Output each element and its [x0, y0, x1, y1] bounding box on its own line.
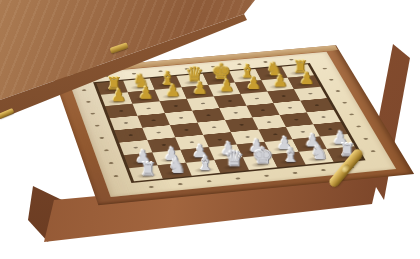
square-g7[interactable]: ♟: [261, 78, 294, 92]
square-g1[interactable]: ♞: [299, 149, 334, 164]
piece-white-knight[interactable]: ♞: [168, 156, 186, 176]
square-b5[interactable]: [137, 113, 170, 128]
square-e6[interactable]: [214, 94, 247, 108]
chess-board: ♜♞♝♛♚♝♞♜♟♟♟♟♟♟♟♟♟♟♟♟♟♟♟♟♜♞♝♛♚♝♞♜: [96, 64, 361, 181]
square-d6[interactable]: [187, 96, 220, 110]
square-c8[interactable]: ♝: [150, 76, 182, 90]
square-g4[interactable]: [280, 112, 314, 127]
square-a8[interactable]: ♜: [96, 81, 127, 95]
square-d8[interactable]: ♛: [176, 74, 208, 88]
piece-black-bishop[interactable]: ♝: [160, 69, 177, 87]
square-d5[interactable]: [192, 108, 225, 122]
piece-black-rook[interactable]: ♜: [293, 58, 309, 75]
square-f4[interactable]: [252, 115, 286, 130]
piece-black-pawn[interactable]: ♟: [111, 87, 126, 104]
piece-black-rook[interactable]: ♜: [106, 75, 122, 93]
piece-black-king[interactable]: ♚: [212, 62, 231, 83]
square-g5[interactable]: [273, 101, 306, 115]
square-g8[interactable]: ♞: [256, 67, 288, 80]
piece-black-pawn[interactable]: ♟: [273, 73, 288, 90]
piece-black-queen[interactable]: ♛: [185, 65, 203, 85]
piece-black-pawn[interactable]: ♟: [219, 78, 234, 95]
square-a6[interactable]: [105, 104, 137, 118]
piece-black-pawn[interactable]: ♟: [192, 80, 207, 97]
piece-black-pawn[interactable]: ♟: [165, 83, 180, 100]
square-c7[interactable]: ♟: [155, 87, 187, 101]
square-a7[interactable]: ♟: [101, 92, 133, 106]
square-a5[interactable]: [110, 116, 142, 131]
piece-black-knight[interactable]: ♞: [266, 60, 282, 78]
square-b6[interactable]: [133, 101, 165, 115]
square-e7[interactable]: ♟: [208, 83, 240, 97]
square-f7[interactable]: ♟: [235, 80, 267, 94]
piece-white-bishop[interactable]: ♝: [282, 145, 300, 165]
square-e8[interactable]: ♚: [203, 71, 235, 85]
square-c6[interactable]: [160, 99, 192, 113]
travel-chess-set-photo: ♜♞♝♛♚♝♞♜♟♟♟♟♟♟♟♟♟♟♟♟♟♟♟♟♜♞♝♛♚♝♞♜: [0, 0, 420, 259]
piece-white-queen[interactable]: ♛: [224, 149, 244, 171]
square-f5[interactable]: [246, 103, 279, 117]
square-h8[interactable]: ♜: [282, 64, 314, 77]
square-a4[interactable]: [114, 128, 147, 143]
piece-black-pawn[interactable]: ♟: [138, 85, 153, 102]
piece-white-rook[interactable]: ♜: [140, 160, 157, 179]
square-g6[interactable]: [267, 89, 300, 103]
square-e1[interactable]: ♚: [243, 154, 278, 170]
square-e5[interactable]: [219, 106, 252, 120]
board-panel: ♜♞♝♛♚♝♞♜♟♟♟♟♟♟♟♟♟♟♟♟♟♟♟♟♜♞♝♛♚♝♞♜: [67, 52, 397, 197]
board-frame: ♜♞♝♛♚♝♞♜♟♟♟♟♟♟♟♟♟♟♟♟♟♟♟♟♜♞♝♛♚♝♞♜: [93, 63, 366, 183]
square-d1[interactable]: ♛: [214, 157, 248, 173]
square-h6[interactable]: [294, 87, 327, 101]
square-f8[interactable]: ♝: [229, 69, 261, 83]
square-d7[interactable]: ♟: [182, 85, 214, 99]
piece-white-king[interactable]: ♚: [252, 145, 273, 168]
square-b8[interactable]: ♞: [123, 78, 155, 92]
square-d4[interactable]: [198, 120, 231, 135]
piece-black-pawn[interactable]: ♟: [246, 75, 261, 92]
piece-black-bishop[interactable]: ♝: [239, 62, 255, 80]
piece-white-knight[interactable]: ♞: [310, 143, 328, 163]
square-c5[interactable]: [165, 111, 198, 126]
square-b7[interactable]: ♟: [128, 90, 160, 104]
piece-black-knight[interactable]: ♞: [133, 72, 150, 91]
square-h7[interactable]: ♟: [288, 75, 321, 89]
square-f6[interactable]: [241, 92, 274, 106]
square-h5[interactable]: [300, 98, 333, 112]
piece-white-bishop[interactable]: ♝: [197, 153, 215, 173]
piece-black-pawn[interactable]: ♟: [299, 71, 314, 88]
